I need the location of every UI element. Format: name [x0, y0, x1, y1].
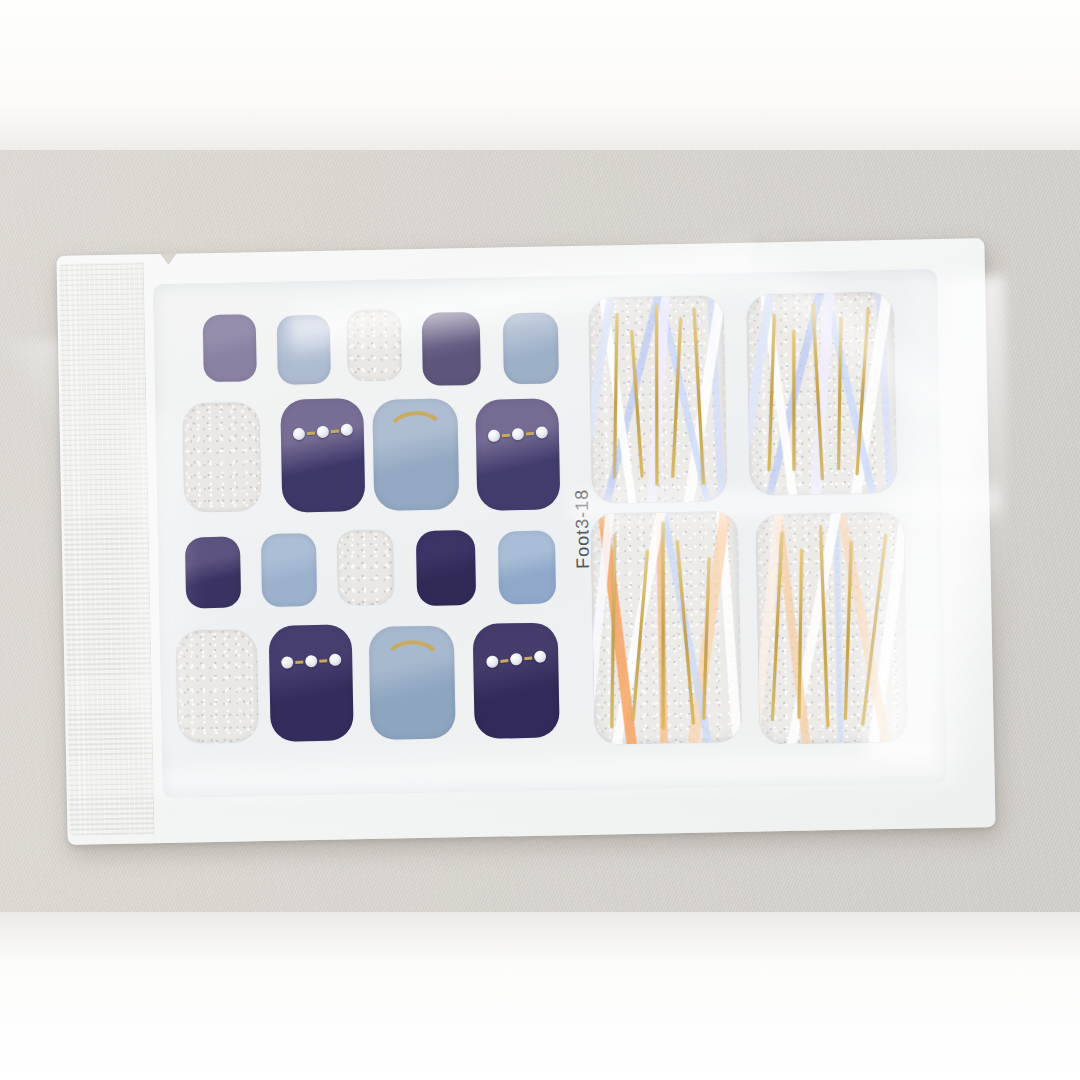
product-code-label: Foot3-18	[572, 489, 595, 569]
nail-sticker-r3c3	[337, 530, 394, 606]
nail-sticker-r3c1	[185, 536, 241, 608]
gold-line	[662, 522, 665, 730]
nail-sticker-r2c3	[372, 398, 459, 511]
gold-arc-accent	[380, 640, 443, 693]
pearl	[280, 656, 293, 669]
pearl	[304, 655, 317, 668]
gold-link	[525, 431, 533, 435]
gold-link	[524, 656, 532, 660]
pearl-accent	[487, 426, 548, 442]
gold-link	[501, 433, 509, 437]
nail-sticker-r4c2	[269, 624, 354, 742]
pearl	[533, 650, 546, 663]
pearl	[511, 428, 524, 441]
glitter-panel-p1	[588, 295, 727, 504]
nail-sticker-r1c5	[503, 312, 559, 384]
gold-link	[500, 658, 508, 662]
pearl-accent	[485, 650, 546, 668]
backdrop-top-light	[0, 0, 1080, 152]
pearl	[340, 423, 353, 436]
scene: Foot3-18	[0, 0, 1080, 1080]
nail-sticker-r3c2	[261, 533, 317, 607]
pearl-accent	[280, 654, 341, 669]
nail-sticker-r1c4	[422, 312, 481, 386]
pearl	[535, 426, 548, 439]
pearl	[485, 655, 498, 668]
pearl-accent	[292, 423, 353, 440]
nail-sticker-r4c3	[369, 625, 456, 740]
nail-sticker-r1c1	[203, 314, 257, 382]
gold-link	[295, 660, 303, 663]
gold-link	[306, 431, 314, 435]
pearl	[328, 654, 341, 667]
gold-link	[319, 659, 327, 662]
glitter-panel-p2	[746, 292, 897, 496]
tear-notch	[160, 254, 176, 265]
nail-sticker-r1c2	[277, 315, 331, 385]
nail-sticker-r2c4	[475, 398, 560, 511]
gold-line	[655, 305, 658, 486]
nail-sticker-r3c4	[416, 530, 476, 606]
nail-sticker-r3c5	[498, 530, 556, 604]
crimped-seal-strip	[59, 262, 155, 836]
gold-arc-accent	[383, 409, 448, 464]
nail-sticker-r1c3	[347, 309, 402, 381]
nail-sticker-r4c1	[176, 629, 259, 744]
nail-sticker-package: Foot3-18	[56, 238, 995, 845]
glitter-panel-p3	[590, 511, 741, 745]
gold-line	[792, 330, 795, 471]
pearl	[487, 429, 500, 442]
glitter-panel-p4	[756, 512, 908, 745]
nail-sticker-r2c1	[182, 402, 261, 512]
nail-sticker-r2c2	[280, 398, 365, 513]
pearl	[509, 653, 522, 666]
backdrop-bottom-light	[0, 912, 1080, 1080]
nail-sticker-r4c4	[473, 622, 560, 739]
gold-link	[330, 429, 338, 433]
pearl	[316, 425, 329, 438]
pearl	[292, 428, 305, 441]
